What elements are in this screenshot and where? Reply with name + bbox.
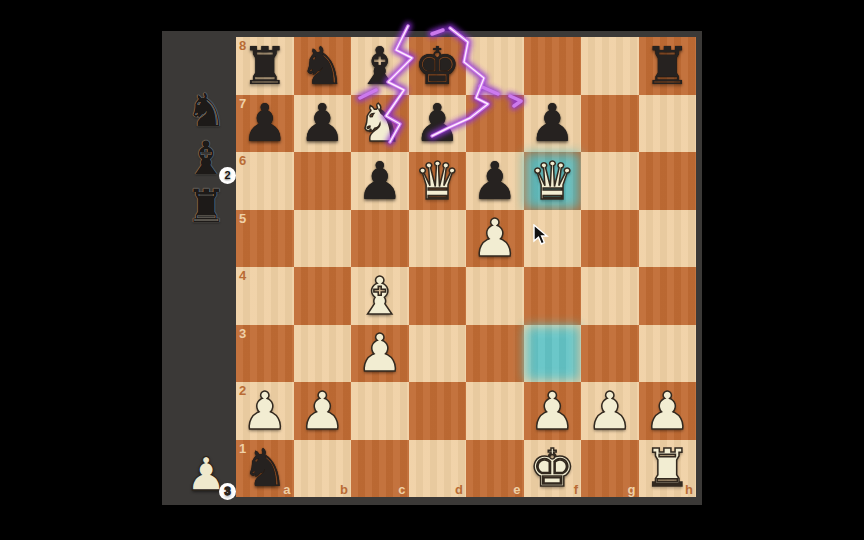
square-a1[interactable]: 1a♞ bbox=[236, 440, 294, 498]
square-g8[interactable] bbox=[581, 37, 639, 95]
square-h1[interactable]: h♜ bbox=[639, 440, 697, 498]
captured-count-badge: 2 bbox=[219, 167, 236, 184]
square-h7[interactable] bbox=[639, 95, 697, 153]
square-g6[interactable] bbox=[581, 152, 639, 210]
white-knight-c7[interactable]: ♞ bbox=[351, 95, 409, 153]
square-g5[interactable] bbox=[581, 210, 639, 268]
square-b3[interactable] bbox=[294, 325, 352, 383]
white-pawn-h2[interactable]: ♟ bbox=[639, 382, 697, 440]
black-knight-b8[interactable]: ♞ bbox=[294, 37, 352, 95]
square-a5[interactable]: 5 bbox=[236, 210, 294, 268]
square-b6[interactable] bbox=[294, 152, 352, 210]
square-e4[interactable] bbox=[466, 267, 524, 325]
file-label-g: g bbox=[628, 482, 636, 497]
square-a2[interactable]: 2♟ bbox=[236, 382, 294, 440]
rank-label-3: 3 bbox=[239, 326, 246, 341]
rank-label-2: 2 bbox=[239, 383, 246, 398]
square-h2[interactable]: ♟ bbox=[639, 382, 697, 440]
square-e8[interactable] bbox=[466, 37, 524, 95]
file-label-f: f bbox=[574, 482, 578, 497]
square-a4[interactable]: 4 bbox=[236, 267, 294, 325]
square-d1[interactable]: d bbox=[409, 440, 467, 498]
square-g4[interactable] bbox=[581, 267, 639, 325]
black-pawn-e6[interactable]: ♟ bbox=[466, 152, 524, 210]
square-c8[interactable]: ♝ bbox=[351, 37, 409, 95]
square-a3[interactable]: 3 bbox=[236, 325, 294, 383]
square-f2[interactable]: ♟ bbox=[524, 382, 582, 440]
black-pawn-c6[interactable]: ♟ bbox=[351, 152, 409, 210]
square-c4[interactable]: ♝ bbox=[351, 267, 409, 325]
chess-board: 8♜♞♝♚♜7♟♟♞♟♟6♟♛♟♛5♟4♝3♟2♟♟♟♟♟1a♞bcdef♚gh… bbox=[236, 37, 696, 497]
black-king-d8[interactable]: ♚ bbox=[409, 37, 467, 95]
white-pawn-f2[interactable]: ♟ bbox=[524, 382, 582, 440]
white-pawn-g2[interactable]: ♟ bbox=[581, 382, 639, 440]
square-e1[interactable]: e bbox=[466, 440, 524, 498]
square-h5[interactable] bbox=[639, 210, 697, 268]
captured-count-badge: 3 bbox=[219, 483, 236, 500]
white-queen-d6[interactable]: ♛ bbox=[409, 152, 467, 210]
square-c1[interactable]: c bbox=[351, 440, 409, 498]
file-label-h: h bbox=[685, 482, 693, 497]
file-label-c: c bbox=[398, 482, 405, 497]
captured-black-knight: ♞ bbox=[182, 86, 230, 134]
square-e7[interactable] bbox=[466, 95, 524, 153]
white-queen-f6[interactable]: ♛ bbox=[524, 152, 582, 210]
white-bishop-c4[interactable]: ♝ bbox=[351, 267, 409, 325]
square-f7[interactable]: ♟ bbox=[524, 95, 582, 153]
rank-label-4: 4 bbox=[239, 268, 246, 283]
square-h3[interactable] bbox=[639, 325, 697, 383]
square-c7[interactable]: ♞ bbox=[351, 95, 409, 153]
rank-label-8: 8 bbox=[239, 38, 246, 53]
square-f1[interactable]: f♚ bbox=[524, 440, 582, 498]
square-f6[interactable]: ♛ bbox=[524, 152, 582, 210]
square-b7[interactable]: ♟ bbox=[294, 95, 352, 153]
white-pawn-b2[interactable]: ♟ bbox=[294, 382, 352, 440]
square-a6[interactable]: 6 bbox=[236, 152, 294, 210]
square-h4[interactable] bbox=[639, 267, 697, 325]
white-pawn-c3[interactable]: ♟ bbox=[351, 325, 409, 383]
rank-label-7: 7 bbox=[239, 96, 246, 111]
black-pawn-b7[interactable]: ♟ bbox=[294, 95, 352, 153]
square-g1[interactable]: g bbox=[581, 440, 639, 498]
square-g3[interactable] bbox=[581, 325, 639, 383]
square-g2[interactable]: ♟ bbox=[581, 382, 639, 440]
square-b2[interactable]: ♟ bbox=[294, 382, 352, 440]
rank-label-6: 6 bbox=[239, 153, 246, 168]
square-b4[interactable] bbox=[294, 267, 352, 325]
square-c3[interactable]: ♟ bbox=[351, 325, 409, 383]
rank-label-5: 5 bbox=[239, 211, 246, 226]
square-e3[interactable] bbox=[466, 325, 524, 383]
captured-white-pawn: ♟3 bbox=[182, 450, 230, 498]
square-e6[interactable]: ♟ bbox=[466, 152, 524, 210]
move-highlight-f3 bbox=[525, 326, 581, 382]
black-pawn-d7[interactable]: ♟ bbox=[409, 95, 467, 153]
square-d6[interactable]: ♛ bbox=[409, 152, 467, 210]
square-h8[interactable]: ♜ bbox=[639, 37, 697, 95]
black-bishop-c8[interactable]: ♝ bbox=[351, 37, 409, 95]
square-c5[interactable] bbox=[351, 210, 409, 268]
square-e2[interactable] bbox=[466, 382, 524, 440]
file-label-d: d bbox=[455, 482, 463, 497]
white-pawn-e5[interactable]: ♟ bbox=[466, 210, 524, 268]
square-a8[interactable]: 8♜ bbox=[236, 37, 294, 95]
square-d4[interactable] bbox=[409, 267, 467, 325]
file-label-e: e bbox=[513, 482, 520, 497]
square-b5[interactable] bbox=[294, 210, 352, 268]
square-d3[interactable] bbox=[409, 325, 467, 383]
square-c2[interactable] bbox=[351, 382, 409, 440]
square-g7[interactable] bbox=[581, 95, 639, 153]
file-label-a: a bbox=[283, 482, 290, 497]
rank-label-1: 1 bbox=[239, 441, 246, 456]
square-h6[interactable] bbox=[639, 152, 697, 210]
captured-black-bishop: ♝2 bbox=[182, 134, 230, 182]
white-king-f1[interactable]: ♚ bbox=[524, 440, 582, 498]
captured-black-rook: ♜ bbox=[182, 182, 230, 230]
square-e5[interactable]: ♟ bbox=[466, 210, 524, 268]
black-rook-h8[interactable]: ♜ bbox=[639, 37, 697, 95]
square-f3[interactable] bbox=[524, 325, 582, 383]
black-pawn-f7[interactable]: ♟ bbox=[524, 95, 582, 153]
square-f5[interactable] bbox=[524, 210, 582, 268]
square-f4[interactable] bbox=[524, 267, 582, 325]
square-c6[interactable]: ♟ bbox=[351, 152, 409, 210]
file-label-b: b bbox=[340, 482, 348, 497]
square-f8[interactable] bbox=[524, 37, 582, 95]
square-d5[interactable] bbox=[409, 210, 467, 268]
square-b8[interactable]: ♞ bbox=[294, 37, 352, 95]
square-d2[interactable] bbox=[409, 382, 467, 440]
square-d7[interactable]: ♟ bbox=[409, 95, 467, 153]
square-a7[interactable]: 7♟ bbox=[236, 95, 294, 153]
square-b1[interactable]: b bbox=[294, 440, 352, 498]
square-d8[interactable]: ♚ bbox=[409, 37, 467, 95]
